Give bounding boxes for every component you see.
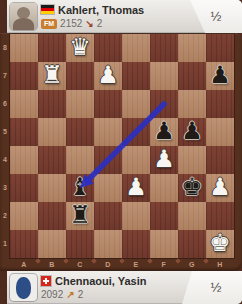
rank-label-2: 2	[0, 202, 10, 230]
bottom-player-rating: 2092	[41, 289, 63, 300]
piece-wP-e3[interactable]: ♟	[122, 173, 150, 201]
square-g1[interactable]	[178, 230, 206, 258]
piece-wQ-c8[interactable]: ♛	[66, 33, 94, 61]
square-e2[interactable]	[122, 202, 150, 230]
square-f8[interactable]	[150, 34, 178, 62]
square-d3[interactable]	[94, 174, 122, 202]
square-e7[interactable]	[122, 62, 150, 90]
bottom-player-rating-change: 2	[78, 289, 84, 300]
piece-wP-h3[interactable]: ♟	[206, 173, 234, 201]
piece-bK-g3[interactable]: ♚	[178, 173, 206, 201]
square-g8[interactable]	[178, 34, 206, 62]
top-player-rating-change: 2	[97, 18, 103, 29]
square-h7[interactable]: ♟	[206, 62, 234, 90]
rank-label-8: 8	[0, 34, 10, 62]
square-e3[interactable]: ♟	[122, 174, 150, 202]
square-g6[interactable]	[178, 90, 206, 118]
bottom-player-score: ½	[201, 280, 222, 295]
square-f1[interactable]	[150, 230, 178, 258]
square-e4[interactable]	[122, 146, 150, 174]
square-c6[interactable]	[66, 90, 94, 118]
piece-bP-g5[interactable]: ♟	[178, 117, 206, 145]
square-a7[interactable]	[10, 62, 38, 90]
file-label-g: G	[178, 258, 206, 271]
square-f6[interactable]	[150, 90, 178, 118]
bottom-player-score-panel: ½	[180, 271, 242, 304]
square-f3[interactable]	[150, 174, 178, 202]
square-b5[interactable]	[38, 118, 66, 146]
square-h2[interactable]	[206, 202, 234, 230]
square-c4[interactable]	[66, 146, 94, 174]
square-g4[interactable]	[178, 146, 206, 174]
file-label-d: D	[94, 258, 122, 271]
square-b3[interactable]	[38, 174, 66, 202]
piece-wR-b7[interactable]: ♜	[38, 61, 66, 89]
switzerland-flag-icon	[41, 276, 51, 286]
square-c1[interactable]	[66, 230, 94, 258]
square-c2[interactable]: ♜	[66, 202, 94, 230]
top-player-score-panel: ½	[180, 0, 242, 33]
top-player-bar: Kahlert, Thomas FM 2152 ↘ 2 ½	[7, 0, 242, 33]
square-a1[interactable]	[10, 230, 38, 258]
square-c7[interactable]	[66, 62, 94, 90]
file-label-c: C	[66, 258, 94, 271]
square-f4[interactable]: ♟	[150, 146, 178, 174]
rank-label-5: 5	[0, 118, 10, 146]
bottom-player-avatar[interactable]	[10, 274, 37, 301]
square-e6[interactable]	[122, 90, 150, 118]
rank-labels: 87654321	[0, 34, 10, 258]
file-label-a: A	[10, 258, 38, 271]
square-b1[interactable]	[38, 230, 66, 258]
square-h6[interactable]	[206, 90, 234, 118]
file-labels: ABCDEFGH	[10, 258, 234, 271]
piece-bB-c3[interactable]: ♝	[66, 173, 94, 201]
piece-bP-h7[interactable]: ♟	[206, 61, 234, 89]
germany-flag-icon	[41, 5, 54, 14]
square-c5[interactable]	[66, 118, 94, 146]
square-d6[interactable]	[94, 90, 122, 118]
top-player-name[interactable]: Kahlert, Thomas	[58, 4, 144, 16]
square-a4[interactable]	[10, 146, 38, 174]
square-d5[interactable]	[94, 118, 122, 146]
file-label-f: F	[150, 258, 178, 271]
square-b8[interactable]	[38, 34, 66, 62]
square-d4[interactable]	[94, 146, 122, 174]
chess-board[interactable]: ♛♜♟♟♟♟♟♝♟♚♟♜♚	[10, 34, 234, 258]
rank-label-4: 4	[0, 146, 10, 174]
square-h4[interactable]	[206, 146, 234, 174]
square-a8[interactable]	[10, 34, 38, 62]
square-d7[interactable]: ♟	[94, 62, 122, 90]
bottom-player-bar: Chennaoui, Yasin 2092 ↗ 2 ½	[7, 271, 242, 304]
square-g5[interactable]: ♟	[178, 118, 206, 146]
bottom-player-name[interactable]: Chennaoui, Yasin	[55, 275, 147, 287]
rank-label-6: 6	[0, 90, 10, 118]
square-a3[interactable]	[10, 174, 38, 202]
square-h5[interactable]	[206, 118, 234, 146]
piece-wP-d7[interactable]: ♟	[94, 61, 122, 89]
square-d2[interactable]	[94, 202, 122, 230]
avatar-body-shape	[13, 18, 34, 30]
file-label-b: B	[38, 258, 66, 271]
piece-bR-c2[interactable]: ♜	[66, 201, 94, 229]
rating-down-arrow-icon: ↘	[85, 18, 93, 29]
chess-board-frame: 87654321 ♛♜♟♟♟♟♟♝♟♚♟♜♚ ABCDEFGH	[0, 33, 242, 271]
square-g7[interactable]	[178, 62, 206, 90]
square-a5[interactable]	[10, 118, 38, 146]
square-h1[interactable]: ♚	[206, 230, 234, 258]
square-b6[interactable]	[38, 90, 66, 118]
square-e8[interactable]	[122, 34, 150, 62]
square-h8[interactable]	[206, 34, 234, 62]
rank-label-3: 3	[0, 174, 10, 202]
square-b7[interactable]: ♜	[38, 62, 66, 90]
square-f2[interactable]	[150, 202, 178, 230]
file-label-e: E	[122, 258, 150, 271]
piece-wP-f4[interactable]: ♟	[150, 145, 178, 173]
square-h3[interactable]: ♟	[206, 174, 234, 202]
square-f5[interactable]: ♟	[150, 118, 178, 146]
top-player-rating: 2152	[60, 18, 82, 29]
square-b2[interactable]	[38, 202, 66, 230]
file-label-h: H	[206, 258, 234, 271]
square-f7[interactable]	[150, 62, 178, 90]
rank-label-7: 7	[0, 62, 10, 90]
rating-up-arrow-icon: ↗	[66, 289, 74, 300]
piece-wK-h1[interactable]: ♚	[206, 229, 234, 257]
piece-bP-f5[interactable]: ♟	[150, 117, 178, 145]
square-a6[interactable]	[10, 90, 38, 118]
square-c8[interactable]: ♛	[66, 34, 94, 62]
fm-title-badge: FM	[41, 19, 57, 29]
square-d8[interactable]	[94, 34, 122, 62]
rank-label-1: 1	[0, 230, 10, 258]
square-g2[interactable]	[178, 202, 206, 230]
square-b4[interactable]	[38, 146, 66, 174]
game-summary-card: Kahlert, Thomas FM 2152 ↘ 2 ½ 87654321 ♛…	[0, 0, 242, 304]
square-a2[interactable]	[10, 202, 38, 230]
square-e1[interactable]	[122, 230, 150, 258]
square-c3[interactable]: ♝	[66, 174, 94, 202]
top-player-score: ½	[201, 9, 222, 24]
square-e5[interactable]	[122, 118, 150, 146]
square-g3[interactable]: ♚	[178, 174, 206, 202]
top-player-avatar[interactable]	[10, 3, 37, 30]
square-d1[interactable]	[94, 230, 122, 258]
avatar-silhouette-shape	[16, 277, 31, 299]
